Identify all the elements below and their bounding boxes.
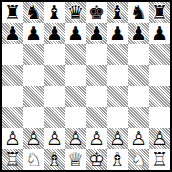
- square-b1[interactable]: ♞♘: [23, 149, 44, 170]
- square-g6[interactable]: [128, 44, 149, 65]
- square-a5[interactable]: [2, 65, 23, 86]
- piece-black-bishop[interactable]: ♝: [44, 2, 65, 23]
- piece-white-bishop[interactable]: ♗: [107, 149, 128, 170]
- square-e6[interactable]: [86, 44, 107, 65]
- square-h6[interactable]: [149, 44, 170, 65]
- square-a7[interactable]: ♟: [2, 23, 23, 44]
- square-h8[interactable]: ♜: [149, 2, 170, 23]
- piece-black-rook[interactable]: ♜: [149, 2, 170, 23]
- piece-white-king[interactable]: ♔: [86, 149, 107, 170]
- square-b6[interactable]: [23, 44, 44, 65]
- square-h5[interactable]: [149, 65, 170, 86]
- square-f3[interactable]: [107, 107, 128, 128]
- square-g2[interactable]: ♟♙: [128, 128, 149, 149]
- square-b7[interactable]: ♟: [23, 23, 44, 44]
- piece-black-pawn[interactable]: ♟: [128, 23, 149, 44]
- square-g8[interactable]: ♞: [128, 2, 149, 23]
- square-a1[interactable]: ♜♖: [2, 149, 23, 170]
- piece-white-bishop[interactable]: ♗: [44, 149, 65, 170]
- piece-white-pawn[interactable]: ♙: [65, 128, 86, 149]
- square-h1[interactable]: ♜♖: [149, 149, 170, 170]
- square-f7[interactable]: ♟: [107, 23, 128, 44]
- piece-white-pawn[interactable]: ♙: [128, 128, 149, 149]
- square-g7[interactable]: ♟: [128, 23, 149, 44]
- square-f2[interactable]: ♟♙: [107, 128, 128, 149]
- square-h3[interactable]: [149, 107, 170, 128]
- piece-black-pawn[interactable]: ♟: [107, 23, 128, 44]
- square-c3[interactable]: [44, 107, 65, 128]
- square-c7[interactable]: ♟: [44, 23, 65, 44]
- piece-black-bishop[interactable]: ♝: [107, 2, 128, 23]
- piece-black-king[interactable]: ♚: [86, 2, 107, 23]
- square-a8[interactable]: ♜: [2, 2, 23, 23]
- chess-board: ♜♞♝♛♚♝♞♜♟♟♟♟♟♟♟♟♟♙♟♙♟♙♟♙♟♙♟♙♟♙♟♙♜♖♞♘♝♗♛♕…: [0, 0, 172, 172]
- square-e8[interactable]: ♚: [86, 2, 107, 23]
- piece-white-pawn[interactable]: ♙: [2, 128, 23, 149]
- square-c6[interactable]: [44, 44, 65, 65]
- piece-white-pawn[interactable]: ♙: [107, 128, 128, 149]
- square-d5[interactable]: [65, 65, 86, 86]
- square-d2[interactable]: ♟♙: [65, 128, 86, 149]
- square-b2[interactable]: ♟♙: [23, 128, 44, 149]
- piece-white-pawn[interactable]: ♙: [149, 128, 170, 149]
- square-e7[interactable]: ♟: [86, 23, 107, 44]
- square-g4[interactable]: [128, 86, 149, 107]
- square-a3[interactable]: [2, 107, 23, 128]
- square-a6[interactable]: [2, 44, 23, 65]
- square-f8[interactable]: ♝: [107, 2, 128, 23]
- piece-black-knight[interactable]: ♞: [128, 2, 149, 23]
- square-e5[interactable]: [86, 65, 107, 86]
- square-g1[interactable]: ♞♘: [128, 149, 149, 170]
- piece-black-pawn[interactable]: ♟: [149, 23, 170, 44]
- piece-white-rook[interactable]: ♖: [2, 149, 23, 170]
- square-d3[interactable]: [65, 107, 86, 128]
- piece-black-pawn[interactable]: ♟: [86, 23, 107, 44]
- square-e1[interactable]: ♚♔: [86, 149, 107, 170]
- piece-white-pawn[interactable]: ♙: [23, 128, 44, 149]
- square-c5[interactable]: [44, 65, 65, 86]
- square-a4[interactable]: [2, 86, 23, 107]
- square-d7[interactable]: ♟: [65, 23, 86, 44]
- piece-black-rook[interactable]: ♜: [2, 2, 23, 23]
- square-h2[interactable]: ♟♙: [149, 128, 170, 149]
- square-f5[interactable]: [107, 65, 128, 86]
- square-b8[interactable]: ♞: [23, 2, 44, 23]
- square-b4[interactable]: [23, 86, 44, 107]
- square-h7[interactable]: ♟: [149, 23, 170, 44]
- square-c8[interactable]: ♝: [44, 2, 65, 23]
- square-b5[interactable]: [23, 65, 44, 86]
- square-d6[interactable]: [65, 44, 86, 65]
- square-e2[interactable]: ♟♙: [86, 128, 107, 149]
- square-h4[interactable]: [149, 86, 170, 107]
- square-e3[interactable]: [86, 107, 107, 128]
- piece-black-pawn[interactable]: ♟: [2, 23, 23, 44]
- piece-white-rook[interactable]: ♖: [149, 149, 170, 170]
- piece-black-queen[interactable]: ♛: [65, 2, 86, 23]
- square-b3[interactable]: [23, 107, 44, 128]
- square-g3[interactable]: [128, 107, 149, 128]
- piece-black-pawn[interactable]: ♟: [44, 23, 65, 44]
- piece-white-queen[interactable]: ♕: [65, 149, 86, 170]
- square-f1[interactable]: ♝♗: [107, 149, 128, 170]
- square-a2[interactable]: ♟♙: [2, 128, 23, 149]
- piece-white-pawn[interactable]: ♙: [86, 128, 107, 149]
- square-d4[interactable]: [65, 86, 86, 107]
- square-g5[interactable]: [128, 65, 149, 86]
- piece-white-knight[interactable]: ♘: [128, 149, 149, 170]
- square-d8[interactable]: ♛: [65, 2, 86, 23]
- square-f6[interactable]: [107, 44, 128, 65]
- piece-white-pawn[interactable]: ♙: [44, 128, 65, 149]
- piece-black-knight[interactable]: ♞: [23, 2, 44, 23]
- piece-black-pawn[interactable]: ♟: [65, 23, 86, 44]
- square-c2[interactable]: ♟♙: [44, 128, 65, 149]
- piece-white-knight[interactable]: ♘: [23, 149, 44, 170]
- square-c4[interactable]: [44, 86, 65, 107]
- square-f4[interactable]: [107, 86, 128, 107]
- square-d1[interactable]: ♛♕: [65, 149, 86, 170]
- piece-black-pawn[interactable]: ♟: [23, 23, 44, 44]
- square-e4[interactable]: [86, 86, 107, 107]
- square-c1[interactable]: ♝♗: [44, 149, 65, 170]
